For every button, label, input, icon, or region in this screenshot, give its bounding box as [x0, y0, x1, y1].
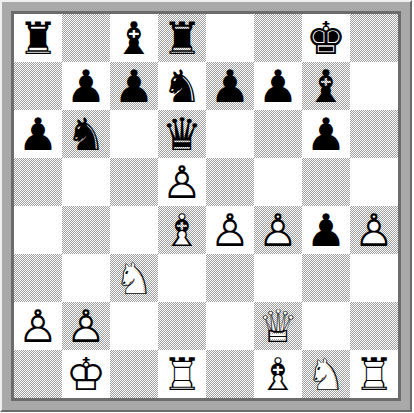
piece-white-rook-outline: ♖ — [350, 350, 398, 398]
piece-white-pawn: ♟♙ — [254, 206, 302, 254]
square-h7[interactable] — [350, 62, 398, 110]
square-g6[interactable]: ♟ — [302, 110, 350, 158]
piece-white-pawn-outline: ♙ — [254, 206, 302, 254]
square-e1[interactable] — [206, 350, 254, 398]
square-g1[interactable]: ♞♘ — [302, 350, 350, 398]
square-g4[interactable]: ♟ — [302, 206, 350, 254]
square-g5[interactable] — [302, 158, 350, 206]
square-a4[interactable] — [14, 206, 62, 254]
piece-black-pawn: ♟ — [302, 206, 350, 254]
square-d6[interactable]: ♛ — [158, 110, 206, 158]
piece-black-bishop: ♝ — [110, 14, 158, 62]
piece-black-pawn: ♟ — [302, 110, 350, 158]
piece-white-pawn: ♟♙ — [158, 158, 206, 206]
piece-white-pawn-outline: ♙ — [206, 206, 254, 254]
square-d7[interactable]: ♞ — [158, 62, 206, 110]
square-a7[interactable] — [14, 62, 62, 110]
square-a6[interactable]: ♟ — [14, 110, 62, 158]
chess-board: ♜♝♜♚♟♟♞♟♟♝♟♞♛♟♟♙♝♗♟♙♟♙♟♟♙♞♘♟♙♟♙♛♕♚♔♜♖♝♗♞… — [14, 14, 398, 398]
square-b7[interactable]: ♟ — [62, 62, 110, 110]
square-c7[interactable]: ♟ — [110, 62, 158, 110]
square-e3[interactable] — [206, 254, 254, 302]
square-e8[interactable] — [206, 14, 254, 62]
square-e7[interactable]: ♟ — [206, 62, 254, 110]
square-c2[interactable] — [110, 302, 158, 350]
square-a3[interactable] — [14, 254, 62, 302]
square-f4[interactable]: ♟♙ — [254, 206, 302, 254]
piece-black-pawn: ♟ — [14, 110, 62, 158]
square-d8[interactable]: ♜ — [158, 14, 206, 62]
square-h2[interactable] — [350, 302, 398, 350]
piece-white-knight-outline: ♘ — [302, 350, 350, 398]
square-h5[interactable] — [350, 158, 398, 206]
square-f2[interactable]: ♛♕ — [254, 302, 302, 350]
piece-white-king: ♚♔ — [62, 350, 110, 398]
piece-black-rook: ♜ — [14, 14, 62, 62]
square-f3[interactable] — [254, 254, 302, 302]
piece-white-pawn-outline: ♙ — [62, 302, 110, 350]
piece-white-pawn-outline: ♙ — [14, 302, 62, 350]
square-a8[interactable]: ♜ — [14, 14, 62, 62]
piece-white-pawn-outline: ♙ — [350, 206, 398, 254]
square-h8[interactable] — [350, 14, 398, 62]
square-e4[interactable]: ♟♙ — [206, 206, 254, 254]
square-h1[interactable]: ♜♖ — [350, 350, 398, 398]
piece-black-pawn: ♟ — [62, 62, 110, 110]
square-f8[interactable] — [254, 14, 302, 62]
piece-black-king: ♚ — [302, 14, 350, 62]
square-h6[interactable] — [350, 110, 398, 158]
square-a2[interactable]: ♟♙ — [14, 302, 62, 350]
square-h4[interactable]: ♟♙ — [350, 206, 398, 254]
piece-white-pawn: ♟♙ — [350, 206, 398, 254]
square-d2[interactable] — [158, 302, 206, 350]
square-e6[interactable] — [206, 110, 254, 158]
piece-black-bishop: ♝ — [302, 62, 350, 110]
piece-white-rook: ♜♖ — [350, 350, 398, 398]
piece-white-bishop-outline: ♗ — [158, 206, 206, 254]
square-d3[interactable] — [158, 254, 206, 302]
piece-black-pawn: ♟ — [110, 62, 158, 110]
square-c6[interactable] — [110, 110, 158, 158]
piece-white-rook: ♜♖ — [158, 350, 206, 398]
square-b8[interactable] — [62, 14, 110, 62]
square-e2[interactable] — [206, 302, 254, 350]
square-b6[interactable]: ♞ — [62, 110, 110, 158]
square-a5[interactable] — [14, 158, 62, 206]
square-h3[interactable] — [350, 254, 398, 302]
square-d5[interactable]: ♟♙ — [158, 158, 206, 206]
piece-white-knight-outline: ♘ — [110, 254, 158, 302]
square-c8[interactable]: ♝ — [110, 14, 158, 62]
piece-white-rook-outline: ♖ — [158, 350, 206, 398]
piece-black-pawn: ♟ — [206, 62, 254, 110]
square-d1[interactable]: ♜♖ — [158, 350, 206, 398]
square-g8[interactable]: ♚ — [302, 14, 350, 62]
piece-white-knight: ♞♘ — [302, 350, 350, 398]
piece-black-pawn: ♟ — [254, 62, 302, 110]
square-c1[interactable] — [110, 350, 158, 398]
square-b3[interactable] — [62, 254, 110, 302]
square-e5[interactable] — [206, 158, 254, 206]
chess-diagram-page: ♜♝♜♚♟♟♞♟♟♝♟♞♛♟♟♙♝♗♟♙♟♙♟♟♙♞♘♟♙♟♙♛♕♚♔♜♖♝♗♞… — [0, 0, 414, 413]
piece-white-queen-outline: ♕ — [254, 302, 302, 350]
piece-white-bishop-outline: ♗ — [254, 350, 302, 398]
square-d4[interactable]: ♝♗ — [158, 206, 206, 254]
piece-white-bishop: ♝♗ — [158, 206, 206, 254]
square-f1[interactable]: ♝♗ — [254, 350, 302, 398]
piece-white-bishop: ♝♗ — [254, 350, 302, 398]
piece-black-knight: ♞ — [62, 110, 110, 158]
square-c3[interactable]: ♞♘ — [110, 254, 158, 302]
square-b4[interactable] — [62, 206, 110, 254]
square-b2[interactable]: ♟♙ — [62, 302, 110, 350]
piece-white-pawn: ♟♙ — [14, 302, 62, 350]
piece-white-queen: ♛♕ — [254, 302, 302, 350]
piece-black-rook: ♜ — [158, 14, 206, 62]
square-c4[interactable] — [110, 206, 158, 254]
square-f6[interactable] — [254, 110, 302, 158]
square-a1[interactable] — [14, 350, 62, 398]
piece-white-pawn: ♟♙ — [206, 206, 254, 254]
square-g7[interactable]: ♝ — [302, 62, 350, 110]
piece-white-pawn: ♟♙ — [62, 302, 110, 350]
piece-white-knight: ♞♘ — [110, 254, 158, 302]
square-g3[interactable] — [302, 254, 350, 302]
square-f7[interactable]: ♟ — [254, 62, 302, 110]
piece-black-knight: ♞ — [158, 62, 206, 110]
square-c5[interactable] — [110, 158, 158, 206]
piece-white-king-outline: ♔ — [62, 350, 110, 398]
square-g2[interactable] — [302, 302, 350, 350]
board-frame: ♜♝♜♚♟♟♞♟♟♝♟♞♛♟♟♙♝♗♟♙♟♙♟♟♙♞♘♟♙♟♙♛♕♚♔♜♖♝♗♞… — [0, 0, 412, 412]
square-b1[interactable]: ♚♔ — [62, 350, 110, 398]
piece-black-queen: ♛ — [158, 110, 206, 158]
piece-white-pawn-outline: ♙ — [158, 158, 206, 206]
square-b5[interactable] — [62, 158, 110, 206]
square-f5[interactable] — [254, 158, 302, 206]
